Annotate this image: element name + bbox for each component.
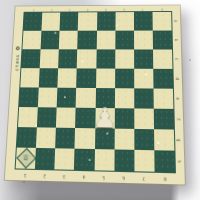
square[interactable] — [115, 49, 134, 68]
square[interactable] — [97, 12, 116, 30]
square[interactable] — [23, 13, 42, 31]
square[interactable] — [59, 31, 78, 50]
square[interactable] — [78, 12, 97, 30]
square[interactable] — [134, 69, 153, 89]
coord-label: 6 — [123, 7, 125, 10]
coord-label: 7 — [143, 175, 146, 180]
square[interactable] — [96, 69, 115, 89]
square[interactable] — [17, 127, 37, 148]
coord-label: 2 — [50, 8, 52, 11]
square[interactable] — [60, 12, 79, 30]
square[interactable] — [115, 88, 134, 108]
square[interactable] — [37, 107, 57, 127]
chessboard: ♟ 12345678 12345678 abcdefgh chess ♕ — [5, 5, 185, 184]
square[interactable] — [20, 68, 40, 87]
coord-label: a — [174, 20, 179, 23]
square[interactable] — [77, 49, 96, 68]
brand-text: chess — [13, 54, 19, 71]
coord-label: e — [175, 97, 180, 100]
coord-label: 1 — [23, 172, 26, 177]
coord-label: g — [176, 139, 181, 142]
coords-top: 12345678 — [25, 6, 172, 13]
coord-label: 4 — [87, 8, 89, 11]
coord-label: 3 — [68, 8, 70, 11]
square[interactable] — [134, 49, 153, 68]
square[interactable] — [77, 68, 96, 88]
white-pawn[interactable]: ♟ — [93, 104, 117, 131]
square[interactable] — [22, 31, 41, 50]
square[interactable] — [114, 108, 134, 129]
coord-label: 8 — [161, 7, 163, 10]
square[interactable] — [153, 89, 173, 109]
square[interactable] — [134, 129, 154, 150]
coord-label: 6 — [123, 174, 126, 179]
square[interactable] — [134, 12, 153, 31]
square[interactable] — [36, 127, 56, 148]
square[interactable] — [114, 129, 134, 150]
coord-label: d — [175, 77, 180, 80]
coord-label: c — [174, 58, 179, 60]
square[interactable] — [134, 88, 154, 108]
square[interactable] — [21, 49, 40, 68]
square[interactable] — [41, 31, 60, 50]
square[interactable] — [58, 68, 77, 88]
square[interactable] — [134, 150, 154, 172]
coord-label: 4 — [82, 174, 85, 179]
square[interactable] — [35, 148, 55, 169]
square[interactable] — [153, 31, 172, 50]
square[interactable] — [39, 68, 58, 87]
square[interactable] — [134, 31, 153, 50]
square[interactable] — [154, 129, 174, 150]
square[interactable] — [153, 69, 173, 89]
square[interactable] — [40, 49, 59, 68]
coord-label: h — [177, 160, 182, 163]
square[interactable] — [55, 128, 75, 149]
square[interactable] — [42, 12, 61, 30]
coord-label: 5 — [105, 7, 107, 10]
square[interactable] — [94, 149, 114, 171]
square[interactable] — [18, 107, 38, 127]
coord-label: 3 — [63, 173, 66, 178]
square[interactable] — [154, 150, 175, 172]
square[interactable] — [57, 88, 77, 108]
brand-logo-icon — [16, 46, 20, 50]
square[interactable] — [74, 149, 94, 171]
coord-label: 5 — [102, 174, 105, 179]
square[interactable] — [134, 108, 154, 129]
coord-label: b — [174, 39, 179, 42]
square[interactable] — [38, 88, 58, 108]
square[interactable] — [115, 31, 134, 50]
square[interactable] — [58, 49, 77, 68]
coord-label: f — [176, 118, 181, 120]
coord-label: 8 — [163, 175, 166, 180]
square[interactable] — [153, 49, 173, 68]
photo-scene: ♟ 12345678 12345678 abcdefgh chess ♕ — [0, 0, 200, 200]
square[interactable] — [154, 109, 174, 130]
square[interactable] — [96, 49, 115, 68]
square[interactable] — [96, 31, 115, 50]
square[interactable] — [55, 148, 75, 170]
square[interactable] — [152, 12, 171, 31]
square[interactable] — [115, 69, 134, 89]
coord-label: 7 — [142, 7, 144, 10]
square[interactable] — [78, 31, 97, 50]
square[interactable] — [114, 149, 134, 171]
square[interactable] — [19, 87, 39, 107]
coord-label: 2 — [43, 173, 46, 178]
board-grid: ♟ — [16, 12, 175, 172]
square[interactable] — [115, 12, 134, 31]
square[interactable] — [56, 107, 76, 128]
chessboard-wrap: ♟ 12345678 12345678 abcdefgh chess ♕ — [5, 5, 185, 184]
coord-label: 1 — [32, 8, 34, 11]
